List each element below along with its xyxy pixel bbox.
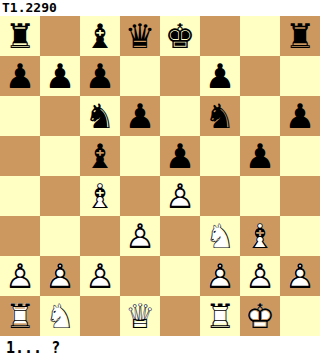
square-c1[interactable] xyxy=(80,296,120,336)
square-h1[interactable] xyxy=(280,296,320,336)
square-g7[interactable] xyxy=(240,56,280,96)
square-b4[interactable] xyxy=(40,176,80,216)
square-h2[interactable]: ♟♙ xyxy=(280,256,320,296)
white-pawn[interactable]: ♟♙ xyxy=(0,256,40,296)
square-g4[interactable] xyxy=(240,176,280,216)
white-piece-outline: ♙ xyxy=(200,256,240,296)
square-d3[interactable]: ♟♙ xyxy=(120,216,160,256)
white-piece-outline: ♖ xyxy=(200,296,240,336)
square-f2[interactable]: ♟♙ xyxy=(200,256,240,296)
square-g2[interactable]: ♟♙ xyxy=(240,256,280,296)
square-a5[interactable] xyxy=(0,136,40,176)
square-b1[interactable]: ♞♘ xyxy=(40,296,80,336)
square-f3[interactable]: ♞♘ xyxy=(200,216,240,256)
black-pawn[interactable]: ♟ xyxy=(240,136,280,176)
white-queen[interactable]: ♛♕ xyxy=(120,296,160,336)
square-g3[interactable]: ♝♗ xyxy=(240,216,280,256)
square-h3[interactable] xyxy=(280,216,320,256)
black-queen[interactable]: ♛ xyxy=(120,16,160,56)
square-b3[interactable] xyxy=(40,216,80,256)
move-prompt-label: 1... ? xyxy=(0,336,320,360)
square-g5[interactable]: ♟ xyxy=(240,136,280,176)
white-pawn[interactable]: ♟♙ xyxy=(160,176,200,216)
square-c5[interactable]: ♝ xyxy=(80,136,120,176)
square-e6[interactable] xyxy=(160,96,200,136)
white-pawn[interactable]: ♟♙ xyxy=(80,256,120,296)
white-piece-outline: ♖ xyxy=(0,296,40,336)
white-piece-outline: ♙ xyxy=(280,256,320,296)
square-a2[interactable]: ♟♙ xyxy=(0,256,40,296)
square-d6[interactable]: ♟ xyxy=(120,96,160,136)
square-a8[interactable]: ♜ xyxy=(0,16,40,56)
black-king[interactable]: ♚ xyxy=(160,16,200,56)
square-b8[interactable] xyxy=(40,16,80,56)
black-pawn[interactable]: ♟ xyxy=(120,96,160,136)
white-piece-outline: ♙ xyxy=(120,216,160,256)
white-bishop[interactable]: ♝♗ xyxy=(80,176,120,216)
square-c8[interactable]: ♝ xyxy=(80,16,120,56)
black-pawn[interactable]: ♟ xyxy=(280,96,320,136)
square-f7[interactable]: ♟ xyxy=(200,56,240,96)
square-d7[interactable] xyxy=(120,56,160,96)
black-knight[interactable]: ♞ xyxy=(80,96,120,136)
white-pawn[interactable]: ♟♙ xyxy=(40,256,80,296)
square-g8[interactable] xyxy=(240,16,280,56)
square-e8[interactable]: ♚ xyxy=(160,16,200,56)
square-a7[interactable]: ♟ xyxy=(0,56,40,96)
square-g1[interactable]: ♚♔ xyxy=(240,296,280,336)
square-f5[interactable] xyxy=(200,136,240,176)
square-c6[interactable]: ♞ xyxy=(80,96,120,136)
square-h6[interactable]: ♟ xyxy=(280,96,320,136)
square-d5[interactable] xyxy=(120,136,160,176)
white-bishop[interactable]: ♝♗ xyxy=(240,216,280,256)
black-bishop[interactable]: ♝ xyxy=(80,136,120,176)
square-e1[interactable] xyxy=(160,296,200,336)
white-piece-outline: ♙ xyxy=(0,256,40,296)
square-d1[interactable]: ♛♕ xyxy=(120,296,160,336)
white-rook[interactable]: ♜♖ xyxy=(200,296,240,336)
square-b5[interactable] xyxy=(40,136,80,176)
white-piece-outline: ♙ xyxy=(80,256,120,296)
square-c7[interactable]: ♟ xyxy=(80,56,120,96)
black-rook[interactable]: ♜ xyxy=(0,16,40,56)
square-c2[interactable]: ♟♙ xyxy=(80,256,120,296)
square-e3[interactable] xyxy=(160,216,200,256)
square-c4[interactable]: ♝♗ xyxy=(80,176,120,216)
square-a4[interactable] xyxy=(0,176,40,216)
black-pawn[interactable]: ♟ xyxy=(80,56,120,96)
square-e2[interactable] xyxy=(160,256,200,296)
black-knight[interactable]: ♞ xyxy=(200,96,240,136)
white-rook[interactable]: ♜♖ xyxy=(0,296,40,336)
square-a1[interactable]: ♜♖ xyxy=(0,296,40,336)
white-pawn[interactable]: ♟♙ xyxy=(200,256,240,296)
square-b6[interactable] xyxy=(40,96,80,136)
white-knight[interactable]: ♞♘ xyxy=(40,296,80,336)
white-piece-outline: ♕ xyxy=(120,296,160,336)
white-knight[interactable]: ♞♘ xyxy=(200,216,240,256)
white-piece-outline: ♘ xyxy=(40,296,80,336)
square-g6[interactable] xyxy=(240,96,280,136)
white-piece-outline: ♙ xyxy=(240,256,280,296)
black-pawn[interactable]: ♟ xyxy=(160,136,200,176)
white-piece-outline: ♗ xyxy=(80,176,120,216)
square-h5[interactable] xyxy=(280,136,320,176)
square-f4[interactable] xyxy=(200,176,240,216)
square-h8[interactable]: ♜ xyxy=(280,16,320,56)
square-e4[interactable]: ♟♙ xyxy=(160,176,200,216)
white-piece-outline: ♗ xyxy=(240,216,280,256)
black-pawn[interactable]: ♟ xyxy=(0,56,40,96)
square-d4[interactable] xyxy=(120,176,160,216)
square-f1[interactable]: ♜♖ xyxy=(200,296,240,336)
square-c3[interactable] xyxy=(80,216,120,256)
white-king[interactable]: ♚♔ xyxy=(240,296,280,336)
square-b7[interactable]: ♟ xyxy=(40,56,80,96)
black-pawn[interactable]: ♟ xyxy=(200,56,240,96)
chess-app-window: T1.2290 ♜♝♛♚♜♟♟♟♟♞♟♞♟♝♟♟♝♗♟♙♟♙♞♘♝♗♟♙♟♙♟♙… xyxy=(0,0,320,360)
puzzle-id-label: T1.2290 xyxy=(0,0,320,16)
white-piece-outline: ♔ xyxy=(240,296,280,336)
black-pawn[interactable]: ♟ xyxy=(40,56,80,96)
square-a3[interactable] xyxy=(0,216,40,256)
white-piece-outline: ♙ xyxy=(40,256,80,296)
white-pawn[interactable]: ♟♙ xyxy=(240,256,280,296)
square-a6[interactable] xyxy=(0,96,40,136)
square-d8[interactable]: ♛ xyxy=(120,16,160,56)
square-f8[interactable] xyxy=(200,16,240,56)
white-piece-outline: ♘ xyxy=(200,216,240,256)
white-pawn[interactable]: ♟♙ xyxy=(280,256,320,296)
square-d2[interactable] xyxy=(120,256,160,296)
square-b2[interactable]: ♟♙ xyxy=(40,256,80,296)
black-rook[interactable]: ♜ xyxy=(280,16,320,56)
square-f6[interactable]: ♞ xyxy=(200,96,240,136)
black-bishop[interactable]: ♝ xyxy=(80,16,120,56)
white-piece-outline: ♙ xyxy=(160,176,200,216)
square-e7[interactable] xyxy=(160,56,200,96)
square-e5[interactable]: ♟ xyxy=(160,136,200,176)
chess-board: ♜♝♛♚♜♟♟♟♟♞♟♞♟♝♟♟♝♗♟♙♟♙♞♘♝♗♟♙♟♙♟♙♟♙♟♙♟♙♜♖… xyxy=(0,16,320,336)
square-h4[interactable] xyxy=(280,176,320,216)
white-pawn[interactable]: ♟♙ xyxy=(120,216,160,256)
square-h7[interactable] xyxy=(280,56,320,96)
